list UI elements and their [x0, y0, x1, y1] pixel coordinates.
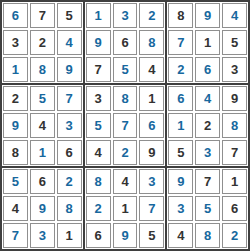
cell-r5c2[interactable]: 4	[30, 113, 55, 138]
cell-r1c9[interactable]: 4	[222, 3, 247, 28]
cell-r6c7[interactable]: 5	[168, 140, 193, 165]
cell-r3c7[interactable]: 2	[168, 57, 193, 82]
sudoku-board: 6753241891329687548947152632579438163815…	[0, 0, 250, 251]
cell-r6c2[interactable]: 1	[30, 140, 55, 165]
cell-r9c5[interactable]: 9	[113, 223, 138, 248]
cell-r8c8[interactable]: 5	[195, 196, 220, 221]
cell-r7c3[interactable]: 2	[57, 169, 82, 194]
cell-r8c6[interactable]: 7	[139, 196, 164, 221]
cell-r2c3[interactable]: 4	[57, 30, 82, 55]
cell-r7c1[interactable]: 5	[3, 169, 28, 194]
cell-r3c3[interactable]: 9	[57, 57, 82, 82]
cell-r9c6[interactable]: 5	[139, 223, 164, 248]
cell-r5c8[interactable]: 2	[195, 113, 220, 138]
cell-r9c2[interactable]: 3	[30, 223, 55, 248]
cell-r2c2[interactable]: 2	[30, 30, 55, 55]
cell-r8c7[interactable]: 3	[168, 196, 193, 221]
cell-r2c5[interactable]: 6	[113, 30, 138, 55]
sudoku-box-r1c0: 257943816	[2, 85, 83, 166]
cell-r2c8[interactable]: 1	[195, 30, 220, 55]
cell-r6c9[interactable]: 7	[222, 140, 247, 165]
cell-r1c2[interactable]: 7	[30, 3, 55, 28]
cell-r8c2[interactable]: 9	[30, 196, 55, 221]
cell-r5c5[interactable]: 7	[113, 113, 138, 138]
cell-r7c6[interactable]: 3	[139, 169, 164, 194]
cell-r6c8[interactable]: 3	[195, 140, 220, 165]
cell-r7c9[interactable]: 1	[222, 169, 247, 194]
cell-r8c4[interactable]: 2	[86, 196, 111, 221]
cell-r7c8[interactable]: 7	[195, 169, 220, 194]
cell-r6c1[interactable]: 8	[3, 140, 28, 165]
sudoku-box-r2c2: 971356482	[167, 168, 248, 249]
cell-r9c7[interactable]: 4	[168, 223, 193, 248]
cell-r5c1[interactable]: 9	[3, 113, 28, 138]
cell-r6c6[interactable]: 9	[139, 140, 164, 165]
sudoku-box-r0c2: 894715263	[167, 2, 248, 83]
sudoku-box-r1c2: 649128537	[167, 85, 248, 166]
cell-r8c5[interactable]: 1	[113, 196, 138, 221]
cell-r9c8[interactable]: 8	[195, 223, 220, 248]
cell-r5c3[interactable]: 3	[57, 113, 82, 138]
cell-r9c9[interactable]: 2	[222, 223, 247, 248]
cell-r3c6[interactable]: 4	[139, 57, 164, 82]
sudoku-box-r2c0: 562498731	[2, 168, 83, 249]
cell-r4c7[interactable]: 6	[168, 86, 193, 111]
cell-r4c3[interactable]: 7	[57, 86, 82, 111]
cell-r1c8[interactable]: 9	[195, 3, 220, 28]
cell-r1c6[interactable]: 2	[139, 3, 164, 28]
cell-r2c9[interactable]: 5	[222, 30, 247, 55]
sudoku-box-r1c1: 381576429	[85, 85, 166, 166]
cell-r2c4[interactable]: 9	[86, 30, 111, 55]
cell-r7c7[interactable]: 9	[168, 169, 193, 194]
sudoku-box-r2c1: 843217695	[85, 168, 166, 249]
cell-r7c2[interactable]: 6	[30, 169, 55, 194]
cell-r5c9[interactable]: 8	[222, 113, 247, 138]
cell-r3c9[interactable]: 3	[222, 57, 247, 82]
cell-r3c2[interactable]: 8	[30, 57, 55, 82]
cell-r1c3[interactable]: 5	[57, 3, 82, 28]
cell-r4c9[interactable]: 9	[222, 86, 247, 111]
cell-r6c5[interactable]: 2	[113, 140, 138, 165]
cell-r5c6[interactable]: 6	[139, 113, 164, 138]
cell-r1c4[interactable]: 1	[86, 3, 111, 28]
cell-r3c8[interactable]: 6	[195, 57, 220, 82]
cell-r1c5[interactable]: 3	[113, 3, 138, 28]
cell-r6c4[interactable]: 4	[86, 140, 111, 165]
cell-r6c3[interactable]: 6	[57, 140, 82, 165]
cell-r5c4[interactable]: 5	[86, 113, 111, 138]
cell-r3c4[interactable]: 7	[86, 57, 111, 82]
cell-r4c5[interactable]: 8	[113, 86, 138, 111]
cell-r1c1[interactable]: 6	[3, 3, 28, 28]
cell-r4c2[interactable]: 5	[30, 86, 55, 111]
cell-r5c7[interactable]: 1	[168, 113, 193, 138]
cell-r3c1[interactable]: 1	[3, 57, 28, 82]
cell-r8c9[interactable]: 6	[222, 196, 247, 221]
cell-r4c4[interactable]: 3	[86, 86, 111, 111]
cell-r2c7[interactable]: 7	[168, 30, 193, 55]
cell-r4c1[interactable]: 2	[3, 86, 28, 111]
cell-r1c7[interactable]: 8	[168, 3, 193, 28]
cell-r3c5[interactable]: 5	[113, 57, 138, 82]
cell-r4c8[interactable]: 4	[195, 86, 220, 111]
cell-r2c1[interactable]: 3	[3, 30, 28, 55]
sudoku-box-r0c1: 132968754	[85, 2, 166, 83]
cell-r9c1[interactable]: 7	[3, 223, 28, 248]
cell-r8c1[interactable]: 4	[3, 196, 28, 221]
cell-r9c4[interactable]: 6	[86, 223, 111, 248]
cell-r2c6[interactable]: 8	[139, 30, 164, 55]
cell-r8c3[interactable]: 8	[57, 196, 82, 221]
cell-r7c5[interactable]: 4	[113, 169, 138, 194]
sudoku-box-r0c0: 675324189	[2, 2, 83, 83]
cell-r4c6[interactable]: 1	[139, 86, 164, 111]
cell-r9c3[interactable]: 1	[57, 223, 82, 248]
cell-r7c4[interactable]: 8	[86, 169, 111, 194]
